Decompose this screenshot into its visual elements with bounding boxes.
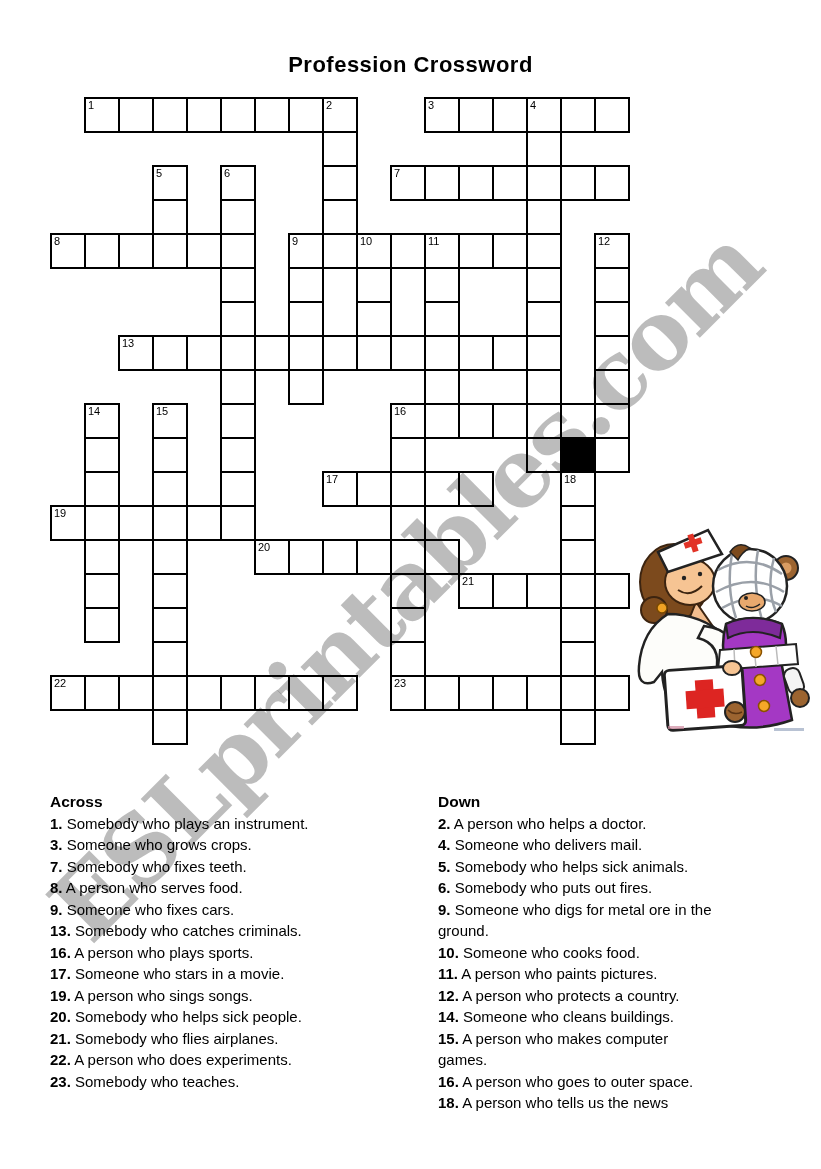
answer-cell[interactable] bbox=[220, 369, 256, 405]
answer-cell[interactable]: 1 bbox=[84, 97, 120, 133]
clue-item: 11. A person who paints pictures. bbox=[438, 963, 720, 985]
answer-cell[interactable] bbox=[560, 539, 596, 575]
answer-cell[interactable] bbox=[390, 607, 426, 643]
clue-item: 3. Someone who grows crops. bbox=[50, 834, 430, 856]
answer-cell[interactable] bbox=[220, 403, 256, 439]
clue-number: 12 bbox=[598, 235, 610, 248]
answer-cell[interactable] bbox=[458, 403, 494, 439]
answer-cell[interactable] bbox=[322, 199, 358, 235]
answer-cell[interactable] bbox=[322, 165, 358, 201]
answer-cell[interactable] bbox=[492, 97, 528, 133]
clue-item: 21. Somebody who flies airplanes. bbox=[50, 1028, 430, 1050]
answer-cell[interactable] bbox=[152, 335, 188, 371]
clue-item: 9. Someone who digs for metal ore in the… bbox=[438, 899, 720, 942]
clue-number: 17 bbox=[326, 473, 338, 486]
answer-cell[interactable] bbox=[526, 131, 562, 167]
nurse-clipart-image bbox=[634, 518, 816, 736]
answer-cell[interactable] bbox=[254, 675, 290, 711]
answer-cell[interactable] bbox=[186, 675, 222, 711]
answer-cell[interactable] bbox=[152, 607, 188, 643]
answer-cell[interactable] bbox=[560, 641, 596, 677]
clue-number: 1 bbox=[88, 99, 94, 112]
clue-item: 13. Somebody who catches criminals. bbox=[50, 920, 430, 942]
answer-cell[interactable] bbox=[220, 199, 256, 235]
answer-cell[interactable] bbox=[424, 165, 460, 201]
answer-cell[interactable] bbox=[152, 539, 188, 575]
answer-cell[interactable]: 18 bbox=[560, 471, 596, 507]
answer-cell[interactable]: 6 bbox=[220, 165, 256, 201]
clue-item: 9. Someone who fixes cars. bbox=[50, 899, 430, 921]
clue-number: 3 bbox=[428, 99, 434, 112]
down-list: 2. A person who helps a doctor.4. Someon… bbox=[438, 813, 720, 1114]
answer-cell[interactable] bbox=[390, 641, 426, 677]
worksheet-page: Profession Crossword 1234567891011121314… bbox=[0, 0, 821, 1169]
answer-cell[interactable] bbox=[220, 471, 256, 507]
answer-cell[interactable] bbox=[492, 233, 528, 269]
blocked-cell bbox=[560, 437, 596, 473]
clue-number: 9 bbox=[292, 235, 298, 248]
clue-item: 14. Someone who cleans buildings. bbox=[438, 1006, 720, 1028]
answer-cell[interactable] bbox=[118, 233, 154, 269]
answer-cell[interactable] bbox=[390, 233, 426, 269]
clue-item: 23. Somebody who teaches. bbox=[50, 1071, 430, 1093]
answer-cell[interactable] bbox=[186, 233, 222, 269]
answer-cell[interactable] bbox=[492, 165, 528, 201]
answer-cell[interactable] bbox=[322, 131, 358, 167]
answer-cell[interactable]: 12 bbox=[594, 233, 630, 269]
clue-item: 16. A person who goes to outer space. bbox=[438, 1071, 720, 1093]
answer-cell[interactable] bbox=[356, 471, 392, 507]
answer-cell[interactable] bbox=[458, 335, 494, 371]
answer-cell[interactable] bbox=[526, 675, 562, 711]
answer-cell[interactable] bbox=[594, 403, 630, 439]
answer-cell[interactable] bbox=[492, 403, 528, 439]
answer-cell[interactable] bbox=[288, 675, 324, 711]
answer-cell[interactable] bbox=[390, 505, 426, 541]
clue-number: 18 bbox=[564, 473, 576, 486]
answer-cell[interactable] bbox=[322, 539, 358, 575]
answer-cell[interactable] bbox=[152, 641, 188, 677]
page-title: Profession Crossword bbox=[0, 52, 821, 78]
answer-cell[interactable] bbox=[526, 267, 562, 303]
answer-cell[interactable]: 17 bbox=[322, 471, 358, 507]
answer-cell[interactable] bbox=[594, 573, 630, 609]
answer-cell[interactable] bbox=[390, 437, 426, 473]
clue-item: 5. Somebody who helps sick animals. bbox=[438, 856, 720, 878]
answer-cell[interactable] bbox=[526, 199, 562, 235]
answer-cell[interactable] bbox=[594, 369, 630, 405]
answer-cell[interactable] bbox=[118, 97, 154, 133]
answer-cell[interactable] bbox=[492, 573, 528, 609]
answer-cell[interactable] bbox=[390, 573, 426, 609]
across-clues-section: Across 1. Somebody who plays an instrume… bbox=[50, 791, 430, 1092]
answer-cell[interactable]: 19 bbox=[50, 505, 86, 541]
answer-cell[interactable] bbox=[322, 233, 358, 269]
clue-number: 11 bbox=[428, 235, 439, 248]
answer-cell[interactable] bbox=[322, 335, 358, 371]
answer-cell[interactable]: 15 bbox=[152, 403, 188, 439]
answer-cell[interactable] bbox=[186, 97, 222, 133]
answer-cell[interactable] bbox=[458, 675, 494, 711]
answer-cell[interactable] bbox=[594, 335, 630, 371]
answer-cell[interactable] bbox=[288, 97, 324, 133]
across-list: 1. Somebody who plays an instrument.3. S… bbox=[50, 813, 430, 1093]
clue-item: 20. Somebody who helps sick people. bbox=[50, 1006, 430, 1028]
answer-cell[interactable] bbox=[458, 233, 494, 269]
clue-item: 2. A person who helps a doctor. bbox=[438, 813, 720, 835]
clue-number: 2 bbox=[326, 99, 332, 112]
answer-cell[interactable] bbox=[594, 165, 630, 201]
answer-cell[interactable] bbox=[458, 97, 494, 133]
answer-cell[interactable] bbox=[356, 267, 392, 303]
answer-cell[interactable] bbox=[288, 301, 324, 337]
answer-cell[interactable] bbox=[424, 403, 460, 439]
clue-item: 8. A person who serves food. bbox=[50, 877, 430, 899]
clue-item: 15. A person who makes computer games. bbox=[438, 1028, 720, 1071]
answer-cell[interactable] bbox=[594, 437, 630, 473]
answer-cell[interactable] bbox=[390, 539, 426, 575]
clue-item: 16. A person who plays sports. bbox=[50, 942, 430, 964]
answer-cell[interactable] bbox=[288, 369, 324, 405]
answer-cell[interactable] bbox=[84, 539, 120, 575]
answer-cell[interactable] bbox=[560, 709, 596, 745]
down-clues-section: Down 2. A person who helps a doctor.4. S… bbox=[438, 791, 720, 1114]
answer-cell[interactable] bbox=[526, 165, 562, 201]
answer-cell[interactable]: 13 bbox=[118, 335, 154, 371]
answer-cell[interactable] bbox=[152, 199, 188, 235]
answer-cell[interactable] bbox=[84, 505, 120, 541]
answer-cell[interactable] bbox=[288, 335, 324, 371]
answer-cell[interactable] bbox=[560, 573, 596, 609]
answer-cell[interactable] bbox=[526, 403, 562, 439]
answer-cell[interactable]: 11 bbox=[424, 233, 460, 269]
clue-item: 17. Someone who stars in a movie. bbox=[50, 963, 430, 985]
answer-cell[interactable] bbox=[424, 675, 460, 711]
clue-item: 22. A person who does experiments. bbox=[50, 1049, 430, 1071]
answer-cell[interactable] bbox=[560, 607, 596, 643]
clue-number: 8 bbox=[54, 235, 60, 248]
answer-cell[interactable] bbox=[594, 301, 630, 337]
answer-cell[interactable]: 3 bbox=[424, 97, 460, 133]
answer-cell[interactable] bbox=[84, 437, 120, 473]
clue-number: 19 bbox=[54, 507, 66, 520]
answer-cell[interactable] bbox=[84, 573, 120, 609]
answer-cell[interactable] bbox=[186, 335, 222, 371]
answer-cell[interactable]: 23 bbox=[390, 675, 426, 711]
answer-cell[interactable] bbox=[220, 267, 256, 303]
clue-number: 10 bbox=[360, 235, 372, 248]
clue-number: 22 bbox=[54, 677, 66, 690]
clue-item: 10. Someone who cooks food. bbox=[438, 942, 720, 964]
clue-number: 21 bbox=[462, 575, 474, 588]
answer-cell[interactable] bbox=[220, 505, 256, 541]
answer-cell[interactable] bbox=[424, 301, 460, 337]
answer-cell[interactable]: 14 bbox=[84, 403, 120, 439]
answer-cell[interactable] bbox=[152, 233, 188, 269]
answer-cell[interactable] bbox=[118, 675, 154, 711]
answer-cell[interactable] bbox=[424, 539, 460, 575]
clue-number: 7 bbox=[394, 167, 400, 180]
clue-number: 5 bbox=[156, 167, 162, 180]
answer-cell[interactable] bbox=[152, 437, 188, 473]
answer-cell[interactable] bbox=[152, 573, 188, 609]
answer-cell[interactable]: 9 bbox=[288, 233, 324, 269]
answer-cell[interactable] bbox=[254, 97, 290, 133]
clue-number: 15 bbox=[156, 405, 168, 418]
answer-cell[interactable] bbox=[594, 267, 630, 303]
answer-cell[interactable] bbox=[356, 335, 392, 371]
answer-cell[interactable] bbox=[560, 403, 596, 439]
answer-cell[interactable] bbox=[254, 335, 290, 371]
answer-cell[interactable] bbox=[288, 539, 324, 575]
answer-cell[interactable] bbox=[186, 505, 222, 541]
clue-item: 6. Somebody who puts out fires. bbox=[438, 877, 720, 899]
answer-cell[interactable] bbox=[526, 437, 562, 473]
answer-cell[interactable] bbox=[526, 573, 562, 609]
answer-cell[interactable]: 10 bbox=[356, 233, 392, 269]
answer-cell[interactable] bbox=[560, 675, 596, 711]
down-header: Down bbox=[438, 791, 720, 813]
answer-cell[interactable]: 2 bbox=[322, 97, 358, 133]
answer-cell[interactable]: 5 bbox=[152, 165, 188, 201]
answer-cell[interactable]: 20 bbox=[254, 539, 290, 575]
answer-cell[interactable] bbox=[594, 675, 630, 711]
answer-cell[interactable] bbox=[84, 675, 120, 711]
answer-cell[interactable]: 16 bbox=[390, 403, 426, 439]
clue-number: 20 bbox=[258, 541, 270, 554]
answer-cell[interactable] bbox=[526, 369, 562, 405]
answer-cell[interactable]: 22 bbox=[50, 675, 86, 711]
answer-cell[interactable] bbox=[424, 471, 460, 507]
answer-cell[interactable]: 7 bbox=[390, 165, 426, 201]
clue-number: 16 bbox=[394, 405, 406, 418]
answer-cell[interactable] bbox=[424, 335, 460, 371]
clue-number: 14 bbox=[88, 405, 100, 418]
clue-item: 7. Somebody who fixes teeth. bbox=[50, 856, 430, 878]
answer-cell[interactable] bbox=[560, 165, 596, 201]
answer-cell[interactable] bbox=[220, 97, 256, 133]
answer-cell[interactable] bbox=[390, 471, 426, 507]
answer-cell[interactable] bbox=[152, 709, 188, 745]
answer-cell[interactable] bbox=[526, 233, 562, 269]
answer-cell[interactable]: 8 bbox=[50, 233, 86, 269]
answer-cell[interactable] bbox=[526, 335, 562, 371]
answer-cell[interactable] bbox=[390, 335, 426, 371]
answer-cell[interactable] bbox=[560, 505, 596, 541]
answer-cell[interactable] bbox=[356, 301, 392, 337]
answer-cell[interactable] bbox=[424, 369, 460, 405]
answer-cell[interactable] bbox=[492, 335, 528, 371]
earring bbox=[657, 603, 667, 613]
clue-number: 4 bbox=[530, 99, 536, 112]
across-header: Across bbox=[50, 791, 430, 813]
answer-cell[interactable] bbox=[492, 675, 528, 711]
answer-cell[interactable] bbox=[594, 97, 630, 133]
answer-cell[interactable] bbox=[152, 97, 188, 133]
answer-cell[interactable] bbox=[220, 233, 256, 269]
answer-cell[interactable] bbox=[220, 675, 256, 711]
answer-cell[interactable] bbox=[84, 607, 120, 643]
clue-item: 19. A person who sings songs. bbox=[50, 985, 430, 1007]
answer-cell[interactable] bbox=[526, 301, 562, 337]
answer-cell[interactable] bbox=[220, 437, 256, 473]
answer-cell[interactable] bbox=[322, 675, 358, 711]
clue-item: 4. Someone who delivers mail. bbox=[438, 834, 720, 856]
answer-cell[interactable]: 21 bbox=[458, 573, 494, 609]
answer-cell[interactable] bbox=[356, 539, 392, 575]
answer-cell[interactable] bbox=[424, 267, 460, 303]
answer-cell[interactable] bbox=[84, 233, 120, 269]
answer-cell[interactable] bbox=[152, 471, 188, 507]
answer-cell[interactable] bbox=[560, 97, 596, 133]
answer-cell[interactable] bbox=[84, 471, 120, 507]
answer-cell[interactable] bbox=[220, 301, 256, 337]
answer-cell[interactable] bbox=[288, 267, 324, 303]
answer-cell[interactable] bbox=[458, 471, 494, 507]
answer-cell[interactable]: 4 bbox=[526, 97, 562, 133]
answer-cell[interactable] bbox=[152, 505, 188, 541]
answer-cell[interactable] bbox=[118, 505, 154, 541]
answer-cell[interactable] bbox=[458, 165, 494, 201]
answer-cell[interactable] bbox=[152, 675, 188, 711]
answer-cell[interactable] bbox=[220, 335, 256, 371]
clue-number: 13 bbox=[122, 337, 134, 350]
clue-number: 23 bbox=[394, 677, 406, 690]
clue-item: 12. A person who protects a country. bbox=[438, 985, 720, 1007]
clue-item: 18. A person who tells us the news bbox=[438, 1092, 720, 1114]
clue-item: 1. Somebody who plays an instrument. bbox=[50, 813, 430, 835]
clue-number: 6 bbox=[224, 167, 230, 180]
